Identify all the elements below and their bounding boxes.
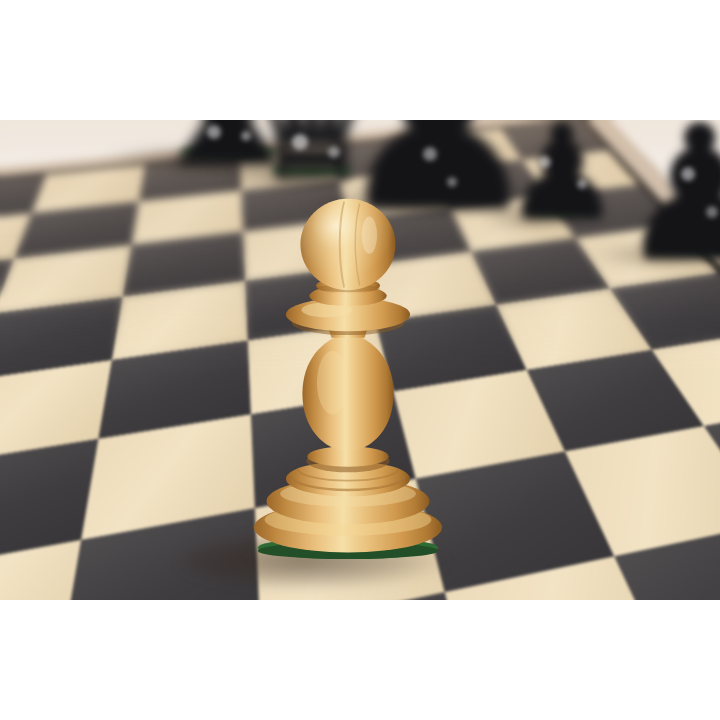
specular-highlight <box>706 206 718 218</box>
specular-highlight <box>681 167 695 181</box>
specular-highlight <box>577 179 587 189</box>
letterbox-top <box>0 0 720 120</box>
white-pawn <box>251 196 445 560</box>
specular-highlight <box>292 134 308 150</box>
specular-highlight <box>539 156 551 168</box>
pawn-bulb <box>302 332 393 451</box>
specular-highlight <box>423 147 437 161</box>
specular-highlight <box>328 146 340 158</box>
specular-highlight <box>207 125 221 139</box>
screenshot: ♝♛♟♟♟ <box>0 0 720 720</box>
black-piece-f7: ♟ <box>504 120 621 238</box>
letterbox-bottom <box>0 600 720 720</box>
chess-set-photo: ♝♛♟♟♟ <box>0 120 720 600</box>
white-pawn-figure <box>251 196 445 560</box>
black-piece-g6: ♟ <box>617 120 720 287</box>
specular-highlight <box>447 177 457 187</box>
specular-highlight <box>241 131 251 141</box>
